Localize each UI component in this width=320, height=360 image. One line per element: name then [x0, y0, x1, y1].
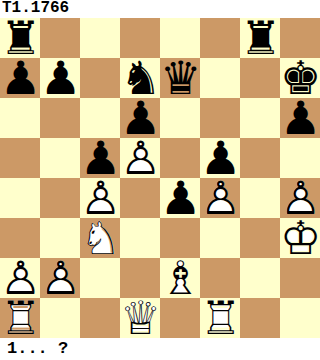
- white-pawn-outline: ♙: [120, 138, 160, 178]
- white-queen: ♛: [120, 298, 160, 338]
- white-pawn-outline: ♙: [80, 178, 120, 218]
- square-c3[interactable]: ♞♘: [80, 218, 120, 258]
- square-c8[interactable]: [80, 18, 120, 58]
- white-pawn: ♟: [120, 138, 160, 178]
- square-a4[interactable]: [0, 178, 40, 218]
- square-f4[interactable]: ♟♙: [200, 178, 240, 218]
- square-f2[interactable]: [200, 258, 240, 298]
- square-e2[interactable]: ♝♗: [160, 258, 200, 298]
- square-f7[interactable]: [200, 58, 240, 98]
- white-pawn-outline: ♙: [0, 258, 40, 298]
- white-pawn-outline: ♙: [280, 178, 320, 218]
- white-bishop-outline: ♗: [160, 258, 200, 298]
- square-g8[interactable]: ♜: [240, 18, 280, 58]
- black-rook: ♜: [240, 18, 280, 58]
- white-king: ♚: [280, 218, 320, 258]
- square-h6[interactable]: ♟: [280, 98, 320, 138]
- square-a5[interactable]: [0, 138, 40, 178]
- square-b1[interactable]: [40, 298, 80, 338]
- white-rook-outline: ♖: [200, 298, 240, 338]
- square-h1[interactable]: [280, 298, 320, 338]
- move-prompt: 1... ?: [0, 338, 320, 360]
- white-knight: ♞: [80, 218, 120, 258]
- square-d7[interactable]: ♞: [120, 58, 160, 98]
- square-e8[interactable]: [160, 18, 200, 58]
- white-pawn-outline: ♙: [200, 178, 240, 218]
- square-g1[interactable]: [240, 298, 280, 338]
- square-d6[interactable]: ♟: [120, 98, 160, 138]
- white-queen-outline: ♕: [120, 298, 160, 338]
- square-b4[interactable]: [40, 178, 80, 218]
- square-c1[interactable]: [80, 298, 120, 338]
- square-h7[interactable]: ♚: [280, 58, 320, 98]
- black-rook: ♜: [0, 18, 40, 58]
- square-c6[interactable]: [80, 98, 120, 138]
- white-pawn: ♟: [200, 178, 240, 218]
- square-e1[interactable]: [160, 298, 200, 338]
- square-c4[interactable]: ♟♙: [80, 178, 120, 218]
- square-b8[interactable]: [40, 18, 80, 58]
- square-h3[interactable]: ♚♔: [280, 218, 320, 258]
- square-a2[interactable]: ♟♙: [0, 258, 40, 298]
- white-rook: ♜: [0, 298, 40, 338]
- square-a3[interactable]: [0, 218, 40, 258]
- black-pawn: ♟: [80, 138, 120, 178]
- black-knight: ♞: [120, 58, 160, 98]
- square-a1[interactable]: ♜♖: [0, 298, 40, 338]
- square-c7[interactable]: [80, 58, 120, 98]
- square-b3[interactable]: [40, 218, 80, 258]
- white-king-outline: ♔: [280, 218, 320, 258]
- square-e7[interactable]: ♛: [160, 58, 200, 98]
- white-pawn: ♟: [40, 258, 80, 298]
- puzzle-id: T1.1766: [0, 0, 320, 18]
- white-knight-outline: ♘: [80, 218, 120, 258]
- square-e6[interactable]: [160, 98, 200, 138]
- square-e4[interactable]: ♟: [160, 178, 200, 218]
- square-g3[interactable]: [240, 218, 280, 258]
- square-b7[interactable]: ♟: [40, 58, 80, 98]
- black-pawn: ♟: [200, 138, 240, 178]
- square-c5[interactable]: ♟: [80, 138, 120, 178]
- white-pawn: ♟: [0, 258, 40, 298]
- square-d2[interactable]: [120, 258, 160, 298]
- white-rook: ♜: [200, 298, 240, 338]
- square-d3[interactable]: [120, 218, 160, 258]
- square-e3[interactable]: [160, 218, 200, 258]
- black-pawn: ♟: [0, 58, 40, 98]
- square-d1[interactable]: ♛♕: [120, 298, 160, 338]
- square-a6[interactable]: [0, 98, 40, 138]
- square-d4[interactable]: [120, 178, 160, 218]
- white-bishop: ♝: [160, 258, 200, 298]
- square-h2[interactable]: [280, 258, 320, 298]
- square-a7[interactable]: ♟: [0, 58, 40, 98]
- square-f3[interactable]: [200, 218, 240, 258]
- black-king: ♚: [280, 58, 320, 98]
- black-pawn: ♟: [280, 98, 320, 138]
- black-pawn: ♟: [160, 178, 200, 218]
- chess-puzzle-window: T1.1766 ♜♜♟♟♞♛♚♟♟♟♟♙♟♟♙♟♟♙♟♙♞♘♚♔♟♙♟♙♝♗♜♖…: [0, 0, 320, 360]
- square-g7[interactable]: [240, 58, 280, 98]
- square-e5[interactable]: [160, 138, 200, 178]
- square-d8[interactable]: [120, 18, 160, 58]
- black-pawn: ♟: [40, 58, 80, 98]
- chess-board: ♜♜♟♟♞♛♚♟♟♟♟♙♟♟♙♟♟♙♟♙♞♘♚♔♟♙♟♙♝♗♜♖♛♕♜♖: [0, 18, 320, 338]
- square-c2[interactable]: [80, 258, 120, 298]
- square-f8[interactable]: [200, 18, 240, 58]
- white-pawn: ♟: [280, 178, 320, 218]
- black-pawn: ♟: [120, 98, 160, 138]
- square-g5[interactable]: [240, 138, 280, 178]
- square-f5[interactable]: ♟: [200, 138, 240, 178]
- square-a8[interactable]: ♜: [0, 18, 40, 58]
- white-pawn-outline: ♙: [40, 258, 80, 298]
- black-queen: ♛: [160, 58, 200, 98]
- square-g6[interactable]: [240, 98, 280, 138]
- square-f6[interactable]: [200, 98, 240, 138]
- square-b2[interactable]: ♟♙: [40, 258, 80, 298]
- white-pawn: ♟: [80, 178, 120, 218]
- white-rook-outline: ♖: [0, 298, 40, 338]
- square-g2[interactable]: [240, 258, 280, 298]
- square-h8[interactable]: [280, 18, 320, 58]
- square-h5[interactable]: [280, 138, 320, 178]
- square-b5[interactable]: [40, 138, 80, 178]
- square-h4[interactable]: ♟♙: [280, 178, 320, 218]
- square-g4[interactable]: [240, 178, 280, 218]
- square-d5[interactable]: ♟♙: [120, 138, 160, 178]
- square-f1[interactable]: ♜♖: [200, 298, 240, 338]
- square-b6[interactable]: [40, 98, 80, 138]
